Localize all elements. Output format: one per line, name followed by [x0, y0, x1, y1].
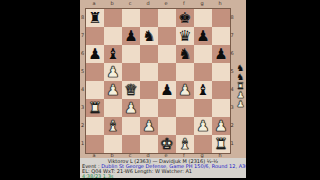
file-label-a: a	[85, 0, 103, 8]
square-f8[interactable]: ♚	[176, 9, 194, 27]
square-a4[interactable]	[86, 81, 104, 99]
square-g4[interactable]: ♝	[194, 81, 212, 99]
square-f6[interactable]: ♞	[176, 45, 194, 63]
square-d5[interactable]	[140, 63, 158, 81]
file-label-f: f	[175, 0, 193, 8]
square-h2[interactable]: ♟	[212, 117, 230, 135]
file-label-d: d	[139, 0, 157, 8]
square-h4[interactable]	[212, 81, 230, 99]
rank-label-7: 7	[229, 26, 235, 44]
square-g2[interactable]: ♟	[194, 117, 212, 135]
square-d1[interactable]	[140, 135, 158, 153]
square-h3[interactable]	[212, 99, 230, 117]
rank-label-8: 8	[229, 8, 235, 26]
square-c3[interactable]: ♟	[122, 99, 140, 117]
square-f1[interactable]: ♝	[176, 135, 194, 153]
square-h7[interactable]	[212, 27, 230, 45]
file-label-c: c	[121, 0, 139, 8]
left-pillarbox-bar	[0, 0, 80, 180]
timer-line: 4:38/23 1.3s	[80, 174, 246, 179]
piece-white-pawn[interactable]: ♟	[214, 117, 227, 135]
square-c8[interactable]	[122, 9, 140, 27]
piece-white-king[interactable]: ♚	[160, 135, 173, 153]
square-a6[interactable]: ♟	[86, 45, 104, 63]
square-f5[interactable]	[176, 63, 194, 81]
file-label-g: g	[193, 0, 211, 8]
square-h5[interactable]	[212, 63, 230, 81]
rank-label-6: 6	[229, 44, 235, 62]
square-c5[interactable]	[122, 63, 140, 81]
square-a1[interactable]	[86, 135, 104, 153]
file-labels-top: abcdefgh	[85, 0, 229, 8]
square-d7[interactable]: ♞	[140, 27, 158, 45]
square-g6[interactable]	[194, 45, 212, 63]
square-g7[interactable]: ♟	[194, 27, 212, 45]
piece-black-pawn[interactable]: ♟	[88, 45, 101, 63]
square-e8[interactable]	[158, 9, 176, 27]
piece-black-queen[interactable]: ♛	[178, 27, 191, 45]
piece-white-rook[interactable]: ♜	[214, 135, 227, 153]
square-d2[interactable]: ♟	[140, 117, 158, 135]
rank-label-1: 1	[229, 134, 235, 152]
piece-white-pawn[interactable]: ♟	[106, 81, 119, 99]
right-pillarbox-bar	[246, 0, 320, 180]
square-c6[interactable]	[122, 45, 140, 63]
square-a3[interactable]: ♜	[86, 99, 104, 117]
square-e4[interactable]: ♟	[158, 81, 176, 99]
piece-black-pawn[interactable]: ♟	[214, 45, 227, 63]
square-b2[interactable]: ♝	[104, 117, 122, 135]
piece-black-pawn[interactable]: ♟	[124, 27, 137, 45]
square-e1[interactable]: ♚	[158, 135, 176, 153]
piece-white-rook[interactable]: ♜	[88, 99, 101, 117]
piece-black-pawn[interactable]: ♟	[160, 81, 173, 99]
square-b1[interactable]	[104, 135, 122, 153]
captured-pieces-tray: ♞♞♜♟♟	[235, 64, 246, 109]
chess-panel: abcdefgh 87654321 ♜♚♟♞♛♟♟♝♞♟♟♟♛♟♟♝♜♟♝♟♟♟…	[80, 0, 246, 178]
game-caption: Viktorov L (2363) — Davidjuk M (2316) ½-…	[80, 158, 246, 178]
square-a5[interactable]	[86, 63, 104, 81]
square-b4[interactable]: ♟	[104, 81, 122, 99]
square-a2[interactable]	[86, 117, 104, 135]
square-d8[interactable]	[140, 9, 158, 27]
square-h8[interactable]	[212, 9, 230, 27]
piece-black-rook[interactable]: ♜	[88, 9, 101, 27]
square-b8[interactable]	[104, 9, 122, 27]
square-g3[interactable]	[194, 99, 212, 117]
piece-black-knight[interactable]: ♞	[142, 27, 155, 45]
piece-white-pawn[interactable]: ♟	[106, 63, 119, 81]
square-b6[interactable]: ♝	[104, 45, 122, 63]
square-e6[interactable]	[158, 45, 176, 63]
piece-white-pawn[interactable]: ♟	[124, 99, 137, 117]
square-h1[interactable]: ♜	[212, 135, 230, 153]
board-squares: ♜♚♟♞♛♟♟♝♞♟♟♟♛♟♟♝♜♟♝♟♟♟♚♝♜	[85, 8, 231, 154]
square-a7[interactable]	[86, 27, 104, 45]
square-g1[interactable]	[194, 135, 212, 153]
piece-black-king[interactable]: ♚	[178, 9, 191, 27]
file-label-b: b	[103, 0, 121, 8]
square-d6[interactable]	[140, 45, 158, 63]
square-c1[interactable]	[122, 135, 140, 153]
square-e3[interactable]	[158, 99, 176, 117]
square-b7[interactable]	[104, 27, 122, 45]
square-c4[interactable]: ♛	[122, 81, 140, 99]
piece-white-bishop[interactable]: ♝	[178, 135, 191, 153]
file-label-e: e	[157, 0, 175, 8]
square-d3[interactable]	[140, 99, 158, 117]
captured-white-pawn: ♟	[236, 100, 244, 109]
piece-black-bishop[interactable]: ♝	[106, 45, 119, 63]
square-c2[interactable]	[122, 117, 140, 135]
rank-label-2: 2	[229, 116, 235, 134]
square-e2[interactable]	[158, 117, 176, 135]
square-f4[interactable]: ♟	[176, 81, 194, 99]
piece-white-pawn[interactable]: ♟	[196, 117, 209, 135]
square-f7[interactable]: ♛	[176, 27, 194, 45]
square-d4[interactable]	[140, 81, 158, 99]
square-e5[interactable]	[158, 63, 176, 81]
file-label-h: h	[211, 0, 229, 8]
piece-white-pawn[interactable]: ♟	[142, 117, 155, 135]
square-g8[interactable]	[194, 9, 212, 27]
square-h6[interactable]: ♟	[212, 45, 230, 63]
square-c7[interactable]: ♟	[122, 27, 140, 45]
piece-white-bishop[interactable]: ♝	[106, 117, 119, 135]
board-frame: abcdefgh 87654321 ♜♚♟♞♛♟♟♝♞♟♟♟♛♟♟♝♜♟♝♟♟♟…	[80, 0, 246, 158]
piece-black-bishop[interactable]: ♝	[196, 81, 209, 99]
piece-white-queen[interactable]: ♛	[124, 81, 137, 99]
piece-black-pawn[interactable]: ♟	[196, 27, 209, 45]
piece-black-knight[interactable]: ♞	[178, 45, 191, 63]
piece-white-pawn[interactable]: ♟	[178, 81, 191, 99]
square-b3[interactable]	[104, 99, 122, 117]
square-g5[interactable]	[194, 63, 212, 81]
square-a8[interactable]: ♜	[86, 9, 104, 27]
square-f2[interactable]	[176, 117, 194, 135]
square-b5[interactable]: ♟	[104, 63, 122, 81]
square-f3[interactable]	[176, 99, 194, 117]
square-e7[interactable]	[158, 27, 176, 45]
